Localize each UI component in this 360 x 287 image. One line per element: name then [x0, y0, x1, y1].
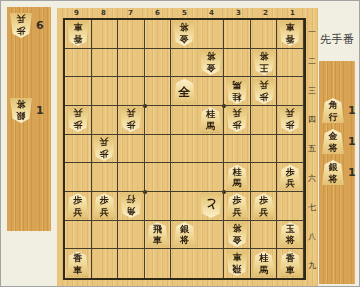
- piece-kanji: 兵: [17, 14, 26, 26]
- board-cell[interactable]: [65, 77, 92, 106]
- piece-kanji: 車: [153, 234, 162, 246]
- board-cell[interactable]: 桂馬: [198, 106, 225, 135]
- gote-piece-歩兵-74[interactable]: 歩兵: [120, 107, 142, 132]
- board-grid: 香車金将香車金将王将全桂馬歩兵歩兵歩兵桂馬歩兵歩兵歩兵桂馬歩兵歩兵歩兵角行と歩兵…: [63, 18, 306, 280]
- board-cell[interactable]: [277, 77, 304, 106]
- piece-kanji: 飛: [153, 223, 162, 235]
- piece-kanji: と: [204, 198, 216, 213]
- gote-hand-count: 6: [36, 19, 44, 32]
- board-cell[interactable]: [251, 163, 278, 192]
- piece-kanji: 車: [286, 22, 295, 34]
- piece-kanji: 金: [180, 34, 189, 46]
- board-cell[interactable]: [145, 163, 172, 192]
- sente-piece-金将[interactable]: 金将: [322, 129, 344, 154]
- board-cell[interactable]: 香車: [65, 20, 92, 49]
- sente-hand-stand: 角行1金将1銀将1: [319, 61, 355, 284]
- board-cell[interactable]: [145, 20, 172, 49]
- board-panel: 987654321 一二三四五六七八九 香車金将香車金将王将全桂馬歩兵歩兵歩兵桂…: [57, 8, 318, 287]
- board-cell[interactable]: 歩兵: [277, 163, 304, 192]
- sente-piece-香車-19[interactable]: 香車: [279, 251, 301, 276]
- board-cell[interactable]: [198, 20, 225, 49]
- board-cell[interactable]: [92, 221, 119, 250]
- board-cell[interactable]: [145, 135, 172, 164]
- board-cell[interactable]: [198, 249, 225, 278]
- rank-label: 九: [306, 251, 318, 280]
- board-cell[interactable]: [92, 20, 119, 49]
- board-cell[interactable]: [224, 135, 251, 164]
- gote-piece-と-47[interactable]: と: [200, 193, 222, 218]
- file-label: 2: [252, 8, 279, 18]
- gote-piece-桂馬-33[interactable]: 桂馬: [226, 79, 248, 104]
- piece-kanji: 銀: [329, 161, 338, 173]
- piece-kanji: 兵: [259, 80, 268, 92]
- piece-kanji: 歩: [259, 91, 268, 103]
- sente-piece-歩兵-87[interactable]: 歩兵: [93, 193, 115, 218]
- piece-kanji: 兵: [233, 108, 242, 120]
- piece-kanji: 金: [206, 62, 215, 74]
- board-cell[interactable]: [277, 49, 304, 78]
- rank-label: 三: [306, 76, 318, 105]
- piece-kanji: 歩: [286, 166, 295, 178]
- board-cell[interactable]: [118, 20, 145, 49]
- piece-kanji: 王: [259, 62, 268, 74]
- piece-kanji: 将: [206, 51, 215, 63]
- piece-kanji: 歩: [233, 194, 242, 206]
- board-cell[interactable]: [251, 106, 278, 135]
- piece-kanji: 銀: [17, 111, 26, 123]
- piece-kanji: 兵: [100, 206, 109, 218]
- board-cell[interactable]: [171, 163, 198, 192]
- file-label: 8: [90, 8, 117, 18]
- board-cell[interactable]: [171, 49, 198, 78]
- board-cell[interactable]: [118, 77, 145, 106]
- board-cell[interactable]: [251, 135, 278, 164]
- board-cell[interactable]: [171, 135, 198, 164]
- rank-label: 二: [306, 47, 318, 76]
- board-cell[interactable]: 歩兵: [65, 106, 92, 135]
- sente-piece-角行[interactable]: 角行: [322, 98, 344, 123]
- gote-piece-歩兵-14[interactable]: 歩兵: [279, 107, 301, 132]
- gote-piece-角行-77[interactable]: 角行: [120, 193, 142, 218]
- board-cell[interactable]: 角行: [118, 192, 145, 221]
- board-cell[interactable]: 歩兵: [65, 192, 92, 221]
- piece-kanji: 歩: [259, 194, 268, 206]
- board-cell[interactable]: 桂馬: [224, 163, 251, 192]
- file-labels: 987654321: [63, 8, 306, 18]
- piece-kanji: 歩: [100, 194, 109, 206]
- gote-piece-銀将[interactable]: 銀将: [10, 98, 32, 123]
- piece-kanji: 兵: [233, 206, 242, 218]
- board-cell[interactable]: [65, 49, 92, 78]
- sente-piece-銀将-58[interactable]: 銀将: [173, 222, 195, 247]
- piece-kanji: 将: [259, 51, 268, 63]
- board-cell[interactable]: [224, 49, 251, 78]
- sente-piece-桂馬-44[interactable]: 桂馬: [200, 107, 222, 132]
- board-cell[interactable]: [118, 163, 145, 192]
- sente-piece-玉将-18[interactable]: 玉将: [279, 222, 301, 247]
- board-cell[interactable]: [198, 135, 225, 164]
- gote-piece-歩兵-85[interactable]: 歩兵: [93, 136, 115, 161]
- board-cell[interactable]: 銀将: [171, 221, 198, 250]
- gote-piece-王将-22[interactable]: 王将: [253, 50, 275, 75]
- board-cell[interactable]: と: [198, 192, 225, 221]
- piece-kanji: 桂: [206, 108, 215, 120]
- board-cell[interactable]: [118, 249, 145, 278]
- board-cell[interactable]: [277, 135, 304, 164]
- sente-piece-歩兵-97[interactable]: 歩兵: [67, 193, 89, 218]
- board-cell[interactable]: [171, 106, 198, 135]
- rank-label: 六: [306, 164, 318, 193]
- gote-hand-stand: 歩兵6銀将1: [7, 7, 51, 231]
- piece-kanji: 香: [73, 34, 82, 46]
- piece-kanji: 飛: [233, 264, 242, 276]
- sente-piece-全-53[interactable]: 全: [173, 79, 195, 104]
- piece-kanji: 車: [233, 252, 242, 264]
- file-label: 1: [279, 8, 306, 18]
- piece-kanji: 角: [126, 206, 135, 218]
- shogi-app-window: 歩兵6銀将1 987654321 一二三四五六七八九 香車金将香車金将王将全桂馬…: [0, 0, 360, 287]
- board-cell[interactable]: [118, 135, 145, 164]
- board-cell[interactable]: 歩兵: [118, 106, 145, 135]
- gote-piece-金将-51[interactable]: 金将: [173, 21, 195, 46]
- sente-hand-count: 1: [348, 104, 356, 117]
- gote-piece-歩兵-94[interactable]: 歩兵: [67, 107, 89, 132]
- piece-kanji: 歩: [126, 120, 135, 132]
- piece-kanji: 香: [73, 252, 82, 264]
- sente-piece-銀将[interactable]: 銀将: [322, 160, 344, 185]
- board-cell[interactable]: [92, 77, 119, 106]
- board-cell[interactable]: [251, 221, 278, 250]
- piece-kanji: 馬: [233, 80, 242, 92]
- piece-kanji: 将: [286, 234, 295, 246]
- board-cell[interactable]: [145, 249, 172, 278]
- file-label: 3: [225, 8, 252, 18]
- piece-kanji: 歩: [286, 120, 295, 132]
- board-cell[interactable]: 歩兵: [224, 106, 251, 135]
- file-label: 4: [198, 8, 225, 18]
- board-cell[interactable]: [171, 192, 198, 221]
- file-label: 6: [144, 8, 171, 18]
- gote-hand-count: 1: [36, 104, 44, 117]
- sente-piece-香車-99[interactable]: 香車: [67, 251, 89, 276]
- piece-kanji: 銀: [180, 223, 189, 235]
- board-cell[interactable]: [145, 77, 172, 106]
- board-cell[interactable]: [92, 106, 119, 135]
- board-cell[interactable]: 飛車: [224, 249, 251, 278]
- board-cell[interactable]: [251, 20, 278, 49]
- sente-piece-歩兵-16[interactable]: 歩兵: [279, 165, 301, 190]
- gote-piece-金将-42[interactable]: 金将: [200, 50, 222, 75]
- board-cell[interactable]: 歩兵: [224, 192, 251, 221]
- sente-piece-歩兵-37[interactable]: 歩兵: [226, 193, 248, 218]
- board-cell[interactable]: 香車: [277, 20, 304, 49]
- sente-hand-slot: 角行1: [322, 98, 356, 123]
- piece-kanji: 将: [329, 173, 338, 185]
- gote-piece-歩兵-23[interactable]: 歩兵: [253, 79, 275, 104]
- board-cell[interactable]: 歩兵: [92, 192, 119, 221]
- sente-hand-count: 1: [348, 135, 356, 148]
- piece-kanji: 香: [286, 252, 295, 264]
- piece-kanji: 兵: [259, 206, 268, 218]
- sente-piece-歩兵-27[interactable]: 歩兵: [253, 193, 275, 218]
- gote-piece-歩兵[interactable]: 歩兵: [10, 13, 32, 38]
- board-cell[interactable]: [65, 221, 92, 250]
- board-cell[interactable]: 金将: [224, 221, 251, 250]
- piece-kanji: 将: [180, 22, 189, 34]
- sente-hand-slot: 金将1: [322, 129, 356, 154]
- board-cell[interactable]: [224, 20, 251, 49]
- piece-kanji: 馬: [259, 264, 268, 276]
- rank-label: 七: [306, 193, 318, 222]
- piece-kanji: 桂: [259, 252, 268, 264]
- piece-kanji: 行: [329, 111, 338, 123]
- piece-kanji: 全: [178, 84, 190, 99]
- rank-labels: 一二三四五六七八九: [306, 18, 318, 280]
- board-cell[interactable]: [145, 49, 172, 78]
- piece-kanji: 兵: [73, 108, 82, 120]
- piece-kanji: 角: [329, 99, 338, 111]
- board-cell[interactable]: [92, 163, 119, 192]
- piece-kanji: 桂: [233, 91, 242, 103]
- board-cell[interactable]: [92, 249, 119, 278]
- gote-piece-金将-38[interactable]: 金将: [226, 222, 248, 247]
- piece-kanji: 馬: [206, 120, 215, 132]
- piece-kanji: 歩: [17, 26, 26, 38]
- piece-kanji: 兵: [286, 177, 295, 189]
- board-cell[interactable]: 金将: [171, 20, 198, 49]
- board-cell[interactable]: 金将: [198, 49, 225, 78]
- piece-kanji: 行: [126, 194, 135, 206]
- piece-kanji: 兵: [73, 206, 82, 218]
- sente-hand-slot: 銀将1: [322, 160, 356, 185]
- board-cell[interactable]: [198, 163, 225, 192]
- turn-indicator: 先手番: [320, 32, 360, 47]
- piece-kanji: 将: [329, 142, 338, 154]
- piece-kanji: 将: [17, 99, 26, 111]
- piece-kanji: 歩: [73, 194, 82, 206]
- board-cell[interactable]: [65, 135, 92, 164]
- board-cell[interactable]: 桂馬: [224, 77, 251, 106]
- board-cell[interactable]: [277, 192, 304, 221]
- board-cell[interactable]: 歩兵: [92, 135, 119, 164]
- sente-piece-飛車-68[interactable]: 飛車: [146, 222, 168, 247]
- gote-hand-slot: 歩兵6: [10, 13, 44, 38]
- rank-label: 一: [306, 18, 318, 47]
- piece-kanji: 金: [329, 130, 338, 142]
- gote-piece-飛車-39[interactable]: 飛車: [226, 251, 248, 276]
- piece-kanji: 金: [233, 234, 242, 246]
- board-cell[interactable]: 歩兵: [251, 192, 278, 221]
- gote-piece-香車-11[interactable]: 香車: [279, 21, 301, 46]
- sente-piece-桂馬-36[interactable]: 桂馬: [226, 165, 248, 190]
- board-cell[interactable]: 全: [171, 77, 198, 106]
- board-cell[interactable]: 歩兵: [277, 106, 304, 135]
- piece-kanji: 車: [73, 22, 82, 34]
- board-cell[interactable]: 歩兵: [251, 77, 278, 106]
- piece-kanji: 車: [73, 264, 82, 276]
- board-cell[interactable]: [198, 221, 225, 250]
- piece-kanji: 将: [233, 223, 242, 235]
- piece-kanji: 歩: [73, 120, 82, 132]
- piece-kanji: 歩: [100, 148, 109, 160]
- rank-label: 四: [306, 105, 318, 134]
- piece-kanji: 兵: [286, 108, 295, 120]
- piece-kanji: 歩: [233, 120, 242, 132]
- board-cell[interactable]: 桂馬: [251, 249, 278, 278]
- sente-hand-count: 1: [348, 166, 356, 179]
- board-cell[interactable]: 玉将: [277, 221, 304, 250]
- board-cell[interactable]: 王将: [251, 49, 278, 78]
- gote-hand-slot: 銀将1: [10, 98, 44, 123]
- piece-kanji: 馬: [233, 177, 242, 189]
- board-cell[interactable]: [118, 49, 145, 78]
- board-cell[interactable]: [198, 77, 225, 106]
- board-cell[interactable]: [145, 192, 172, 221]
- file-label: 9: [63, 8, 90, 18]
- piece-kanji: 兵: [100, 137, 109, 149]
- piece-kanji: 香: [286, 34, 295, 46]
- rank-label: 五: [306, 134, 318, 163]
- board-cell[interactable]: [65, 163, 92, 192]
- gote-piece-香車-91[interactable]: 香車: [67, 21, 89, 46]
- board-cell[interactable]: [92, 49, 119, 78]
- file-label: 5: [171, 8, 198, 18]
- piece-kanji: 玉: [286, 223, 295, 235]
- board-cell[interactable]: [118, 221, 145, 250]
- board-cell[interactable]: 香車: [277, 249, 304, 278]
- board-cell[interactable]: [145, 106, 172, 135]
- board-cell[interactable]: [171, 249, 198, 278]
- file-label: 7: [117, 8, 144, 18]
- piece-kanji: 車: [286, 264, 295, 276]
- piece-kanji: 兵: [126, 108, 135, 120]
- board-cell[interactable]: 香車: [65, 249, 92, 278]
- rank-label: 八: [306, 222, 318, 251]
- board-cell[interactable]: 飛車: [145, 221, 172, 250]
- gote-piece-歩兵-34[interactable]: 歩兵: [226, 107, 248, 132]
- piece-kanji: 将: [180, 234, 189, 246]
- sente-piece-桂馬-29[interactable]: 桂馬: [253, 251, 275, 276]
- piece-kanji: 桂: [233, 166, 242, 178]
